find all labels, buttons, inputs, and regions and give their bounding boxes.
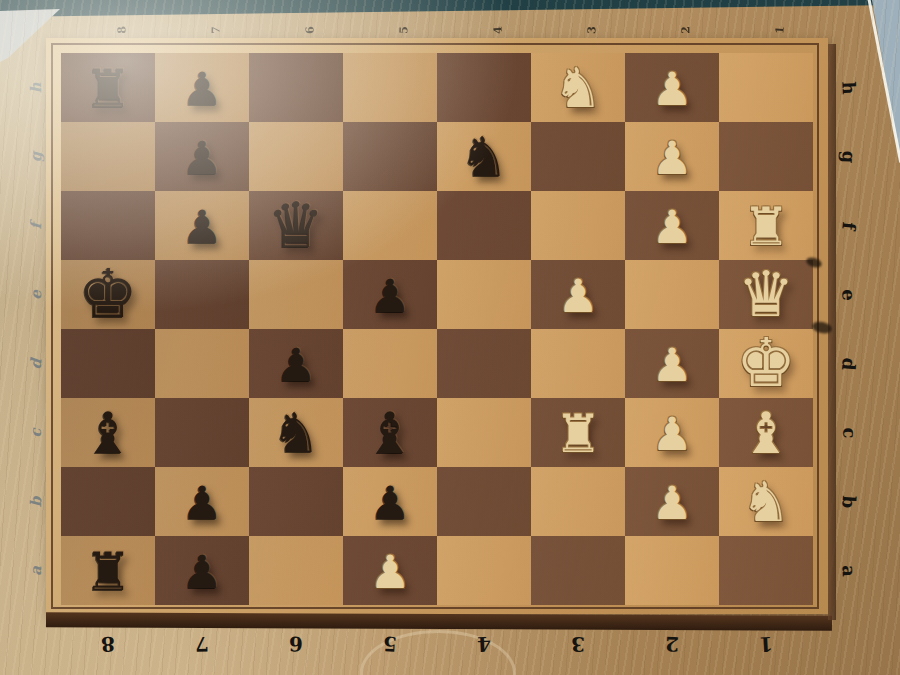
left-file-label-c: c	[27, 428, 45, 437]
square-b4[interactable]	[437, 467, 531, 536]
square-d7[interactable]	[155, 329, 249, 398]
top-rank-label-5: 5	[397, 26, 410, 34]
top-rank-label-7: 7	[209, 26, 222, 34]
white-pawn-d2[interactable]: ♟	[651, 342, 692, 388]
right-file-label-d: d	[838, 356, 860, 370]
square-b8[interactable]	[61, 467, 155, 536]
square-h6[interactable]	[249, 53, 343, 122]
bottom-rank-label-2: 2	[665, 632, 680, 656]
bottom-rank-label-3: 3	[571, 632, 585, 656]
white-rook-c3[interactable]: ♜	[554, 407, 602, 460]
square-e2[interactable]	[625, 260, 719, 329]
black-pawn-d6[interactable]: ♟	[275, 342, 316, 388]
square-f5[interactable]	[343, 191, 437, 260]
white-pawn-c2[interactable]: ♟	[651, 411, 692, 457]
left-file-label-a: a	[27, 565, 45, 576]
black-knight-g4[interactable]: ♞	[459, 130, 508, 185]
black-bishop-c5[interactable]: ♝	[364, 404, 415, 461]
white-rook-f1[interactable]: ♜	[742, 200, 790, 253]
white-king-d1[interactable]: ♚	[736, 329, 796, 396]
black-pawn-b7[interactable]: ♟	[181, 480, 222, 526]
square-d3[interactable]	[531, 329, 625, 398]
square-h5[interactable]	[343, 53, 437, 122]
bottom-rank-label-7: 7	[195, 632, 209, 656]
square-e7[interactable]	[155, 260, 249, 329]
black-pawn-e5[interactable]: ♟	[369, 273, 410, 319]
black-rook-h8[interactable]: ♜	[84, 62, 132, 115]
right-file-label-f: f	[838, 221, 860, 231]
bottom-rank-label-1: 1	[758, 632, 773, 657]
white-pawn-a5[interactable]: ♟	[369, 549, 410, 595]
white-knight-h3[interactable]: ♞	[553, 61, 602, 116]
square-f3[interactable]	[531, 191, 625, 260]
top-rank-label-4: 4	[491, 26, 504, 34]
square-g6[interactable]	[249, 122, 343, 191]
square-a2[interactable]	[625, 536, 719, 605]
black-queen-f6[interactable]: ♛	[268, 194, 324, 257]
square-b6[interactable]	[249, 467, 343, 536]
white-knight-b1[interactable]: ♞	[741, 475, 790, 530]
bottom-rank-label-6: 6	[289, 632, 303, 656]
white-pawn-e3[interactable]: ♟	[557, 273, 598, 319]
right-file-label-g: g	[838, 150, 859, 163]
left-file-label-e: e	[27, 289, 46, 300]
white-bishop-c1[interactable]: ♝	[740, 404, 791, 461]
black-pawn-f7[interactable]: ♟	[181, 204, 222, 250]
square-b3[interactable]	[531, 467, 625, 536]
black-bishop-c8[interactable]: ♝	[82, 404, 133, 461]
square-e6[interactable]	[249, 260, 343, 329]
square-g1[interactable]	[719, 122, 813, 191]
square-a1[interactable]	[719, 536, 813, 605]
square-d8[interactable]	[61, 329, 155, 398]
square-d5[interactable]	[343, 329, 437, 398]
left-file-label-f: f	[27, 222, 45, 229]
white-pawn-f2[interactable]: ♟	[651, 204, 692, 250]
white-pawn-g2[interactable]: ♟	[651, 135, 692, 181]
top-rank-label-1: 1	[773, 26, 787, 35]
board-bottom-edge	[46, 612, 832, 630]
white-pawn-h2[interactable]: ♟	[651, 66, 692, 112]
top-rank-label-2: 2	[679, 26, 692, 34]
right-file-label-h: h	[838, 81, 859, 95]
black-pawn-g7[interactable]: ♟	[181, 135, 222, 181]
left-file-label-b: b	[27, 496, 45, 507]
square-f8[interactable]	[61, 191, 155, 260]
right-file-label-e: e	[838, 289, 859, 301]
left-file-label-h: h	[27, 82, 45, 94]
top-rank-label-8: 8	[115, 26, 129, 35]
left-file-label-d: d	[27, 357, 46, 369]
chess-board-photo: 8765432187654321hgfedcbahgfedcba ♜♟♞♟♟♞♟…	[0, 0, 900, 675]
right-file-label-c: c	[839, 427, 860, 438]
bottom-rank-label-5: 5	[382, 632, 397, 657]
square-c4[interactable]	[437, 398, 531, 467]
square-c7[interactable]	[155, 398, 249, 467]
square-a6[interactable]	[249, 536, 343, 605]
bottom-rank-label-4: 4	[477, 632, 492, 656]
square-d4[interactable]	[437, 329, 531, 398]
black-knight-c6[interactable]: ♞	[271, 406, 320, 461]
board-grid	[61, 53, 813, 605]
square-a4[interactable]	[437, 536, 531, 605]
top-rank-label-6: 6	[303, 26, 316, 34]
square-g8[interactable]	[61, 122, 155, 191]
square-g5[interactable]	[343, 122, 437, 191]
white-pawn-b2[interactable]: ♟	[651, 480, 692, 526]
square-g3[interactable]	[531, 122, 625, 191]
top-rank-label-3: 3	[585, 26, 598, 34]
square-e4[interactable]	[437, 260, 531, 329]
square-f4[interactable]	[437, 191, 531, 260]
square-a3[interactable]	[531, 536, 625, 605]
right-file-label-a: a	[838, 564, 859, 576]
black-pawn-b5[interactable]: ♟	[369, 480, 410, 526]
left-file-label-g: g	[27, 151, 45, 162]
background-teal-strip	[0, 0, 900, 18]
right-file-label-b: b	[838, 494, 860, 508]
bottom-rank-label-8: 8	[100, 632, 115, 657]
black-king-e8[interactable]: ♚	[78, 260, 138, 327]
black-pawn-a7[interactable]: ♟	[181, 549, 222, 595]
white-queen-e1[interactable]: ♛	[738, 263, 794, 326]
square-h1[interactable]	[719, 53, 813, 122]
black-pawn-h7[interactable]: ♟	[181, 66, 222, 112]
black-rook-a8[interactable]: ♜	[84, 545, 132, 598]
square-h4[interactable]	[437, 53, 531, 122]
